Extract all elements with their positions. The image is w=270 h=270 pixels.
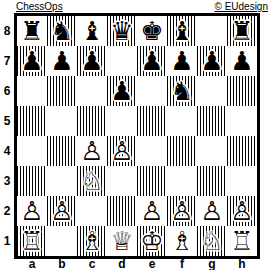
- square-b6[interactable]: [47, 76, 77, 106]
- square-e7[interactable]: ♟: [137, 46, 167, 76]
- piece-black-bishop: ♝: [77, 16, 107, 46]
- piece-white-bishop: ♗: [167, 226, 197, 256]
- square-h4[interactable]: [227, 136, 257, 166]
- piece-black-pawn: ♟: [107, 76, 137, 106]
- square-d1[interactable]: ♕: [107, 226, 137, 256]
- piece-black-pawn: ♟: [137, 46, 167, 76]
- piece-black-queen: ♛: [107, 16, 137, 46]
- piece-black-knight: ♞: [47, 16, 77, 46]
- square-h2[interactable]: ♙: [227, 196, 257, 226]
- rank-label-5: 5: [0, 106, 14, 136]
- square-e2[interactable]: ♙: [137, 196, 167, 226]
- file-labels: abcdefgh: [17, 258, 257, 270]
- piece-black-pawn: ♟: [167, 46, 197, 76]
- square-g1[interactable]: ♘: [197, 226, 227, 256]
- file-label-a: a: [17, 258, 47, 270]
- piece-white-king: ♔: [137, 226, 167, 256]
- file-label-d: d: [107, 258, 137, 270]
- piece-white-pawn: ♙: [167, 196, 197, 226]
- square-a6[interactable]: [17, 76, 47, 106]
- rank-label-8: 8: [0, 16, 14, 46]
- square-d5[interactable]: [107, 106, 137, 136]
- rank-label-1: 1: [0, 226, 14, 256]
- file-label-c: c: [77, 258, 107, 270]
- square-d2[interactable]: [107, 196, 137, 226]
- square-d6[interactable]: ♟: [107, 76, 137, 106]
- title-bar: ChessOps © EUdesign: [16, 0, 268, 13]
- piece-white-pawn: ♙: [77, 136, 107, 166]
- square-f5[interactable]: [167, 106, 197, 136]
- square-g5[interactable]: [197, 106, 227, 136]
- square-e3[interactable]: [137, 166, 167, 196]
- square-h6[interactable]: [227, 76, 257, 106]
- square-c5[interactable]: [77, 106, 107, 136]
- square-c4[interactable]: ♙: [77, 136, 107, 166]
- square-b2[interactable]: ♙: [47, 196, 77, 226]
- square-f6[interactable]: ♞: [167, 76, 197, 106]
- square-b5[interactable]: [47, 106, 77, 136]
- piece-white-pawn: ♙: [137, 196, 167, 226]
- square-b7[interactable]: ♟: [47, 46, 77, 76]
- square-c2[interactable]: [77, 196, 107, 226]
- piece-white-pawn: ♙: [17, 196, 47, 226]
- rank-label-4: 4: [0, 136, 14, 166]
- square-g7[interactable]: ♟: [197, 46, 227, 76]
- piece-white-knight: ♘: [77, 166, 107, 196]
- square-f2[interactable]: ♙: [167, 196, 197, 226]
- square-a4[interactable]: [17, 136, 47, 166]
- square-e8[interactable]: ♚: [137, 16, 167, 46]
- square-c8[interactable]: ♝: [77, 16, 107, 46]
- square-f7[interactable]: ♟: [167, 46, 197, 76]
- square-c7[interactable]: ♟: [77, 46, 107, 76]
- file-label-g: g: [197, 258, 227, 270]
- square-c3[interactable]: ♘: [77, 166, 107, 196]
- piece-white-bishop: ♗: [77, 226, 107, 256]
- square-c1[interactable]: ♗: [77, 226, 107, 256]
- chess-board: ♜♞♝♛♚♝♜♟♟♟♟♟♟♟♟♞♙♙♘♙♙♙♙♙♙♖♗♕♔♗♘♖: [14, 13, 260, 259]
- square-a8[interactable]: ♜: [17, 16, 47, 46]
- square-f1[interactable]: ♗: [167, 226, 197, 256]
- square-d4[interactable]: ♙: [107, 136, 137, 166]
- file-label-e: e: [137, 258, 167, 270]
- square-e4[interactable]: [137, 136, 167, 166]
- piece-white-queen: ♕: [107, 226, 137, 256]
- square-b1[interactable]: [47, 226, 77, 256]
- piece-black-pawn: ♟: [47, 46, 77, 76]
- credit-link[interactable]: © EUdesign: [214, 0, 268, 13]
- square-b8[interactable]: ♞: [47, 16, 77, 46]
- piece-black-rook: ♜: [17, 16, 47, 46]
- square-c6[interactable]: [77, 76, 107, 106]
- square-e6[interactable]: [137, 76, 167, 106]
- piece-white-pawn: ♙: [227, 196, 257, 226]
- piece-white-pawn: ♙: [47, 196, 77, 226]
- rank-label-6: 6: [0, 76, 14, 106]
- square-g6[interactable]: [197, 76, 227, 106]
- square-b4[interactable]: [47, 136, 77, 166]
- square-g3[interactable]: [197, 166, 227, 196]
- square-f4[interactable]: [167, 136, 197, 166]
- square-d3[interactable]: [107, 166, 137, 196]
- square-a1[interactable]: ♖: [17, 226, 47, 256]
- rank-labels: 87654321: [0, 16, 14, 256]
- square-g2[interactable]: ♙: [197, 196, 227, 226]
- rank-label-7: 7: [0, 46, 14, 76]
- square-e1[interactable]: ♔: [137, 226, 167, 256]
- piece-black-pawn: ♟: [197, 46, 227, 76]
- square-h3[interactable]: [227, 166, 257, 196]
- square-g4[interactable]: [197, 136, 227, 166]
- square-a5[interactable]: [17, 106, 47, 136]
- file-label-h: h: [227, 258, 257, 270]
- piece-black-pawn: ♟: [227, 46, 257, 76]
- rank-label-2: 2: [0, 196, 14, 226]
- square-h8[interactable]: ♜: [227, 16, 257, 46]
- square-a7[interactable]: ♟: [17, 46, 47, 76]
- piece-white-knight: ♘: [197, 226, 227, 256]
- square-h1[interactable]: ♖: [227, 226, 257, 256]
- piece-black-bishop: ♝: [167, 16, 197, 46]
- file-label-f: f: [167, 258, 197, 270]
- piece-black-knight: ♞: [167, 76, 197, 106]
- piece-black-pawn: ♟: [17, 46, 47, 76]
- square-a2[interactable]: ♙: [17, 196, 47, 226]
- square-g8[interactable]: [197, 16, 227, 46]
- square-h5[interactable]: [227, 106, 257, 136]
- square-b3[interactable]: [47, 166, 77, 196]
- piece-white-pawn: ♙: [197, 196, 227, 226]
- square-f3[interactable]: [167, 166, 197, 196]
- piece-black-king: ♚: [137, 16, 167, 46]
- square-d8[interactable]: ♛: [107, 16, 137, 46]
- piece-white-rook: ♖: [17, 226, 47, 256]
- square-d7[interactable]: [107, 46, 137, 76]
- piece-black-pawn: ♟: [77, 46, 107, 76]
- rank-label-3: 3: [0, 166, 14, 196]
- file-label-b: b: [47, 258, 77, 270]
- square-f8[interactable]: ♝: [167, 16, 197, 46]
- square-e5[interactable]: [137, 106, 167, 136]
- piece-white-rook: ♖: [227, 226, 257, 256]
- piece-black-rook: ♜: [227, 16, 257, 46]
- piece-white-pawn: ♙: [107, 136, 137, 166]
- square-h7[interactable]: ♟: [227, 46, 257, 76]
- square-a3[interactable]: [17, 166, 47, 196]
- app-title-link[interactable]: ChessOps: [16, 0, 63, 13]
